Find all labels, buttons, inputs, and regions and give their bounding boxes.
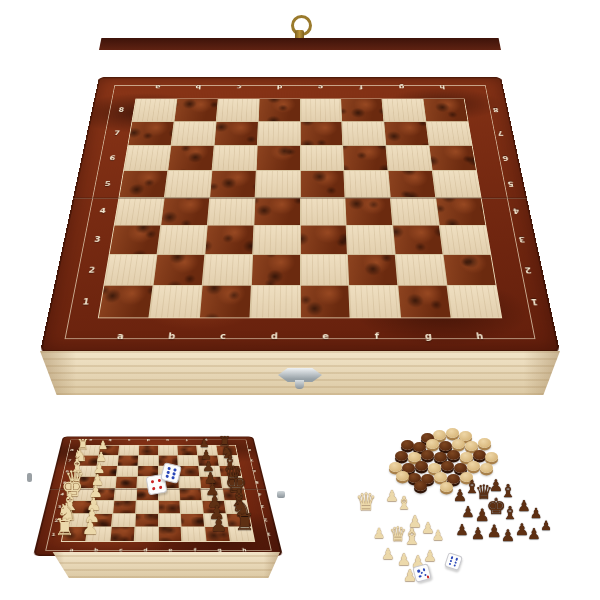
board-grid bbox=[98, 99, 502, 319]
board-square bbox=[134, 527, 157, 541]
board-square bbox=[174, 99, 217, 121]
board-square bbox=[202, 255, 251, 285]
board-square bbox=[210, 171, 255, 197]
file-label: f bbox=[351, 322, 404, 351]
rank-label: 6 bbox=[82, 145, 124, 170]
board-square bbox=[115, 477, 136, 488]
board-square bbox=[341, 99, 383, 121]
file-label: b bbox=[177, 78, 220, 96]
board-square bbox=[444, 255, 496, 285]
board-grid bbox=[61, 445, 255, 542]
main-board-front-edge bbox=[40, 351, 560, 395]
chess-piece-light: ♛ bbox=[355, 490, 377, 514]
board-square bbox=[124, 146, 170, 171]
board-square bbox=[342, 122, 385, 145]
rank-label: 2 bbox=[44, 513, 63, 527]
board-square bbox=[384, 122, 428, 145]
chess-piece-dark: ♝ bbox=[500, 482, 516, 500]
file-labels-bottom: abcdefgh bbox=[92, 322, 507, 351]
file-label: a bbox=[136, 78, 179, 96]
board-square bbox=[300, 225, 347, 254]
die-pip bbox=[450, 556, 453, 559]
board-square bbox=[119, 171, 167, 197]
checker-piece-light bbox=[446, 428, 459, 438]
checker-piece-light bbox=[452, 439, 465, 449]
board-square bbox=[391, 197, 439, 224]
board-square bbox=[348, 255, 397, 285]
board-square bbox=[149, 286, 201, 318]
board-square bbox=[430, 146, 476, 171]
board-square bbox=[250, 286, 299, 318]
board-square bbox=[258, 99, 299, 121]
file-label: c bbox=[196, 322, 249, 351]
board-square bbox=[343, 146, 387, 171]
rank-label: 5 bbox=[245, 477, 262, 489]
board-square bbox=[424, 99, 468, 121]
die-pip bbox=[419, 575, 422, 578]
board-square bbox=[179, 477, 200, 488]
chess-piece-light: ♟ bbox=[385, 489, 398, 504]
board-square bbox=[217, 446, 237, 455]
board-square bbox=[448, 286, 502, 318]
rank-label: 6 bbox=[243, 465, 260, 476]
checker-piece-dark bbox=[439, 441, 452, 451]
chess-piece-light: ♟ bbox=[411, 554, 425, 570]
chess-piece-dark: ♟ bbox=[453, 488, 467, 504]
board-square bbox=[205, 527, 230, 541]
chess-piece-dark: ♛ bbox=[475, 482, 493, 502]
board-square bbox=[153, 255, 204, 285]
file-label: f bbox=[340, 78, 382, 96]
board-square bbox=[300, 255, 348, 285]
board-square bbox=[118, 455, 138, 465]
board-square bbox=[161, 197, 209, 224]
rank-label: 1 bbox=[256, 527, 276, 542]
board-square bbox=[132, 99, 176, 121]
board-square bbox=[346, 197, 393, 224]
board-square bbox=[168, 146, 213, 171]
board-square bbox=[182, 527, 206, 541]
file-labels-top: abcdefgh bbox=[136, 78, 464, 96]
board-square bbox=[178, 455, 198, 465]
checker-piece-dark bbox=[447, 450, 460, 460]
board-square bbox=[79, 446, 99, 455]
die-icon bbox=[444, 552, 463, 571]
board-square bbox=[138, 466, 158, 476]
die-pip bbox=[448, 562, 451, 565]
board-square bbox=[165, 171, 212, 197]
board-square bbox=[157, 225, 206, 254]
chess-piece-light: ♟ bbox=[408, 514, 422, 530]
file-label: c bbox=[119, 437, 139, 443]
board-square bbox=[113, 501, 135, 513]
chess-piece-dark: ♝ bbox=[464, 478, 480, 496]
board-square bbox=[181, 514, 204, 527]
board-square bbox=[300, 171, 344, 197]
checker-piece-dark bbox=[447, 474, 460, 484]
checker-piece-dark bbox=[408, 473, 421, 483]
rank-label: 8 bbox=[239, 445, 255, 455]
file-labels-top: abcdefgh bbox=[81, 437, 236, 443]
board-square bbox=[94, 477, 116, 488]
file-label: b bbox=[144, 322, 198, 351]
board-square bbox=[97, 455, 118, 465]
file-label: d bbox=[139, 437, 158, 443]
board-square bbox=[393, 225, 442, 254]
board-square bbox=[350, 286, 401, 318]
checker-piece-light bbox=[389, 462, 402, 472]
checker-piece-dark bbox=[454, 463, 467, 473]
board-square bbox=[383, 99, 426, 121]
board-square bbox=[128, 122, 173, 145]
board-square bbox=[158, 477, 179, 488]
rank-label: 8 bbox=[61, 445, 77, 455]
board-square bbox=[200, 286, 251, 318]
die-pip bbox=[454, 560, 457, 563]
board-square bbox=[218, 455, 239, 465]
rank-label: 7 bbox=[241, 455, 257, 465]
product-photo: abcdefghabcdefgh8765432187654321 abcdefg… bbox=[0, 0, 600, 600]
file-label: d bbox=[248, 322, 300, 351]
small-board-latch-icon bbox=[277, 491, 285, 498]
chess-piece-light: ♟ bbox=[373, 526, 386, 540]
board-square bbox=[72, 477, 94, 488]
board-square bbox=[158, 488, 179, 500]
board-square bbox=[201, 488, 223, 500]
board-square bbox=[229, 527, 254, 541]
board-square bbox=[138, 455, 158, 465]
checker-piece-light bbox=[460, 472, 473, 482]
file-label: h bbox=[215, 437, 235, 443]
board-square bbox=[205, 225, 253, 254]
chess-piece-dark: ♟ bbox=[461, 505, 474, 520]
board-square bbox=[181, 501, 203, 513]
die-pip bbox=[421, 572, 424, 575]
board-square bbox=[178, 446, 198, 455]
checker-piece-dark bbox=[434, 452, 447, 462]
file-label: b bbox=[100, 437, 120, 443]
checker-piece-light bbox=[408, 452, 421, 462]
board-square bbox=[300, 99, 341, 121]
chess-piece-light: ♟ bbox=[381, 547, 394, 562]
checker-piece-light bbox=[426, 439, 439, 449]
chess-piece-dark: ♟ bbox=[530, 506, 543, 520]
chess-piece-light: ♝ bbox=[402, 526, 422, 548]
board-square bbox=[99, 286, 153, 318]
rank-label: 4 bbox=[248, 488, 266, 500]
board-square bbox=[223, 488, 246, 500]
board-square bbox=[200, 477, 222, 488]
die-pip bbox=[453, 563, 456, 566]
board-square bbox=[203, 501, 226, 513]
rank-label: 2 bbox=[253, 513, 272, 527]
rank-label: 4 bbox=[485, 197, 529, 225]
die-icon bbox=[412, 563, 432, 583]
board-square bbox=[65, 514, 89, 527]
checker-piece-light bbox=[480, 463, 493, 473]
chess-piece-light: ♟ bbox=[403, 568, 417, 584]
rank-label: 1 bbox=[51, 285, 100, 318]
checker-piece-light bbox=[396, 471, 409, 481]
board-square bbox=[110, 527, 134, 541]
board-square bbox=[216, 99, 258, 121]
rank-label: 4 bbox=[50, 488, 68, 500]
board-square bbox=[389, 171, 436, 197]
board-square bbox=[220, 466, 242, 476]
checker-piece-dark bbox=[395, 451, 408, 461]
board-square bbox=[158, 455, 178, 465]
board-square bbox=[214, 122, 257, 145]
board-square bbox=[136, 501, 158, 513]
chess-piece-light: ♟ bbox=[423, 549, 436, 564]
board-square bbox=[110, 225, 160, 254]
board-square bbox=[256, 146, 299, 171]
checker-piece-dark bbox=[413, 442, 426, 452]
rank-label: 3 bbox=[47, 500, 65, 513]
board-square bbox=[112, 514, 135, 527]
chess-piece-dark: ♟ bbox=[471, 526, 485, 542]
checker-piece-light bbox=[460, 452, 473, 462]
board-square bbox=[433, 171, 481, 197]
die-pip bbox=[455, 557, 458, 560]
die-pip bbox=[417, 570, 420, 573]
board-square bbox=[136, 488, 157, 500]
board-square bbox=[158, 527, 181, 541]
checker-piece-dark bbox=[402, 463, 415, 473]
file-label: a bbox=[81, 437, 101, 443]
main-chess-board: abcdefghabcdefgh8765432187654321 bbox=[40, 77, 560, 352]
board-square bbox=[254, 197, 300, 224]
board-square bbox=[92, 488, 114, 500]
checker-piece-dark bbox=[415, 461, 428, 471]
board-square bbox=[99, 446, 119, 455]
file-label: d bbox=[259, 78, 300, 96]
checker-piece-light bbox=[459, 431, 472, 441]
small-board-front-edge bbox=[48, 552, 280, 578]
chess-piece-light: ♛ bbox=[389, 524, 407, 544]
rank-label: 1 bbox=[500, 285, 549, 318]
checker-piece-light bbox=[465, 441, 478, 451]
fold-seam bbox=[73, 197, 527, 199]
rank-label: 7 bbox=[472, 121, 513, 145]
board-square bbox=[208, 197, 255, 224]
rank-label: 6 bbox=[476, 145, 518, 170]
checker-piece-dark bbox=[421, 450, 434, 460]
board-square bbox=[347, 225, 395, 254]
rank-label: 8 bbox=[468, 99, 508, 122]
board-square bbox=[440, 225, 490, 254]
file-label: f bbox=[177, 437, 197, 443]
board-square bbox=[171, 122, 215, 145]
main-board-surface: abcdefghabcdefgh8765432187654321 bbox=[40, 77, 560, 352]
board-square bbox=[204, 514, 228, 527]
chess-piece-dark: ♟ bbox=[517, 499, 530, 514]
checker-piece-light bbox=[478, 438, 491, 448]
checker-piece-light bbox=[440, 482, 453, 492]
board-square bbox=[300, 286, 349, 318]
board-square bbox=[119, 446, 139, 455]
board-square bbox=[300, 197, 346, 224]
clasp-knob-icon bbox=[295, 380, 304, 389]
checker-piece-light bbox=[434, 472, 447, 482]
chess-piece-dark: ♟ bbox=[515, 522, 529, 538]
checker-piece-dark bbox=[401, 440, 414, 450]
rank-label: 2 bbox=[58, 254, 105, 285]
rank-label: 5 bbox=[480, 171, 523, 197]
chess-piece-dark: ♟ bbox=[489, 478, 503, 494]
checker-piece-dark bbox=[421, 474, 434, 484]
small-board-hook-icon bbox=[27, 473, 32, 482]
board-square bbox=[158, 501, 180, 513]
board-square bbox=[300, 146, 343, 171]
fold-seam bbox=[50, 488, 267, 490]
rank-label: 5 bbox=[53, 477, 70, 489]
board-square bbox=[115, 197, 164, 224]
board-square bbox=[62, 527, 87, 541]
board-square bbox=[68, 501, 92, 513]
board-square bbox=[139, 446, 158, 455]
chess-piece-dark: ♟ bbox=[455, 523, 468, 538]
board-square bbox=[158, 466, 178, 476]
checker-piece-dark bbox=[414, 481, 427, 491]
board-square bbox=[179, 466, 200, 476]
board-square bbox=[77, 455, 98, 465]
file-label: g bbox=[381, 78, 424, 96]
chess-piece-dark: ♟ bbox=[540, 519, 552, 532]
board-square bbox=[198, 455, 219, 465]
file-label: h bbox=[452, 322, 508, 351]
board-square bbox=[180, 488, 202, 500]
rank-label: 5 bbox=[77, 171, 120, 197]
board-square bbox=[197, 446, 217, 455]
board-square bbox=[70, 488, 93, 500]
board-square bbox=[212, 146, 256, 171]
small-chess-board: abcdefghabcdefgh8765432187654321 bbox=[33, 436, 283, 556]
file-label: c bbox=[218, 78, 260, 96]
die-accent-pip bbox=[427, 575, 430, 578]
chess-piece-light: ♟ bbox=[432, 528, 445, 542]
board-square bbox=[253, 225, 300, 254]
file-label: a bbox=[92, 322, 148, 351]
board-square bbox=[117, 466, 138, 476]
checker-piece-light bbox=[433, 430, 446, 440]
rank-label: 3 bbox=[250, 500, 268, 513]
rank-label: 4 bbox=[71, 197, 115, 225]
board-square bbox=[387, 146, 432, 171]
file-label: g bbox=[401, 322, 455, 351]
board-square bbox=[251, 255, 299, 285]
board-square bbox=[300, 122, 342, 145]
board-square bbox=[399, 286, 451, 318]
main-board-back-edge bbox=[99, 38, 501, 50]
board-square bbox=[227, 514, 251, 527]
rank-label: 2 bbox=[495, 254, 542, 285]
checker-piece-dark bbox=[421, 433, 434, 443]
chess-piece-light: ♟ bbox=[421, 521, 434, 536]
chess-piece-light: ♝ bbox=[396, 494, 412, 512]
chess-piece-dark: ♝ bbox=[502, 504, 518, 522]
board-square bbox=[345, 171, 390, 197]
chess-piece-light: ♟ bbox=[397, 552, 411, 568]
board-square bbox=[436, 197, 485, 224]
chess-piece-dark: ♟ bbox=[527, 527, 540, 542]
chess-piece-dark: ♟ bbox=[501, 528, 515, 544]
board-square bbox=[137, 477, 158, 488]
checker-piece-light bbox=[485, 452, 498, 462]
checker-piece-light bbox=[467, 461, 480, 471]
chess-piece-dark: ♚ bbox=[486, 496, 506, 518]
board-square bbox=[96, 466, 117, 476]
file-label: g bbox=[196, 437, 216, 443]
checker-piece-dark bbox=[441, 461, 454, 471]
rank-label: 7 bbox=[59, 455, 75, 465]
board-square bbox=[104, 255, 156, 285]
checker-piece-dark bbox=[473, 450, 486, 460]
board-square bbox=[396, 255, 447, 285]
board-square bbox=[86, 527, 111, 541]
die-pip bbox=[423, 568, 426, 571]
board-square bbox=[135, 514, 157, 527]
board-square bbox=[225, 501, 249, 513]
board-square bbox=[114, 488, 136, 500]
board-square bbox=[88, 514, 112, 527]
board-square bbox=[158, 446, 177, 455]
checker-piece-light bbox=[428, 463, 441, 473]
board-square bbox=[158, 514, 180, 527]
file-label: e bbox=[158, 437, 177, 443]
board-square bbox=[75, 466, 97, 476]
die-pip bbox=[424, 574, 427, 577]
board-square bbox=[90, 501, 113, 513]
rank-label: 8 bbox=[93, 99, 133, 122]
rank-label: 6 bbox=[56, 465, 73, 476]
rank-label: 1 bbox=[40, 527, 60, 542]
die-pip bbox=[449, 559, 452, 562]
chess-piece-dark: ♟ bbox=[474, 507, 489, 524]
chess-piece-dark: ♟ bbox=[486, 523, 501, 540]
rank-label: 7 bbox=[88, 121, 129, 145]
board-square bbox=[255, 171, 299, 197]
file-label: e bbox=[300, 322, 352, 351]
board-square bbox=[221, 477, 243, 488]
small-board-surface: abcdefghabcdefgh8765432187654321 bbox=[33, 436, 283, 556]
rank-label: 3 bbox=[490, 225, 536, 254]
board-square bbox=[426, 122, 471, 145]
rank-label: 3 bbox=[65, 225, 111, 254]
file-label: e bbox=[300, 78, 341, 96]
board-square bbox=[257, 122, 299, 145]
board-square bbox=[199, 466, 220, 476]
file-label: h bbox=[421, 78, 464, 96]
